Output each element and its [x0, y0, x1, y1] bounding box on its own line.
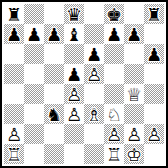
square-f8[interactable]: ♚♚ [104, 4, 124, 24]
square-c5[interactable] [44, 64, 64, 84]
square-b4[interactable] [24, 84, 44, 104]
square-h6[interactable]: ♟♟ [144, 44, 164, 64]
piece-glyph: ♙ [64, 104, 84, 124]
square-c3[interactable]: ♞♞ [44, 104, 64, 124]
piece-glyph: ♝ [64, 24, 84, 44]
square-b7[interactable]: ♟♟ [24, 24, 44, 44]
square-g8[interactable] [124, 4, 144, 24]
piece-black-bishop[interactable]: ♝♝ [64, 24, 84, 44]
piece-glyph: ♛ [64, 4, 84, 24]
piece-white-pawn[interactable]: ♟♙ [4, 124, 24, 144]
piece-glyph: ♖ [104, 144, 124, 164]
square-d1[interactable] [64, 144, 84, 164]
piece-black-pawn[interactable]: ♟♟ [84, 44, 104, 64]
piece-glyph: ♖ [4, 144, 24, 164]
square-c2[interactable] [44, 124, 64, 144]
square-a1[interactable]: ♜♖ [4, 144, 24, 164]
square-f3[interactable]: ♞♘ [104, 104, 124, 124]
piece-white-pawn[interactable]: ♟♙ [64, 84, 84, 104]
piece-glyph: ♟ [24, 24, 44, 44]
square-c1[interactable] [44, 144, 64, 164]
piece-glyph: ♔ [124, 144, 144, 164]
square-g4[interactable]: ♛♕ [124, 84, 144, 104]
square-f6[interactable] [104, 44, 124, 64]
square-e7[interactable] [84, 24, 104, 44]
square-c7[interactable]: ♟♟ [44, 24, 64, 44]
piece-white-queen[interactable]: ♛♕ [124, 84, 144, 104]
piece-glyph: ♙ [84, 64, 104, 84]
piece-black-pawn[interactable]: ♟♟ [24, 24, 44, 44]
square-f1[interactable]: ♜♖ [104, 144, 124, 164]
square-e4[interactable] [84, 84, 104, 104]
board-frame: ♜♜♛♛♚♚♜♜♟♟♟♟♟♟♝♝♟♟♟♟♟♟♟♟♟♟♟♙♟♙♛♕♞♞♟♙♝♗♞♘… [0, 0, 168, 168]
square-a7[interactable]: ♟♟ [4, 24, 24, 44]
square-c4[interactable] [44, 84, 64, 104]
piece-glyph: ♟ [144, 44, 164, 64]
square-f5[interactable] [104, 64, 124, 84]
square-d5[interactable]: ♟♟ [64, 64, 84, 84]
piece-glyph: ♟ [4, 24, 24, 44]
square-a4[interactable] [4, 84, 24, 104]
square-a6[interactable] [4, 44, 24, 64]
piece-black-rook[interactable]: ♜♜ [4, 4, 24, 24]
square-d6[interactable] [64, 44, 84, 64]
piece-black-knight[interactable]: ♞♞ [44, 104, 64, 124]
square-d2[interactable] [64, 124, 84, 144]
piece-glyph: ♟ [124, 24, 144, 44]
piece-white-rook[interactable]: ♜♖ [4, 144, 24, 164]
square-g1[interactable]: ♚♔ [124, 144, 144, 164]
square-e1[interactable] [84, 144, 104, 164]
piece-glyph: ♞ [44, 104, 64, 124]
piece-glyph: ♙ [64, 84, 84, 104]
square-b6[interactable] [24, 44, 44, 64]
square-a5[interactable] [4, 64, 24, 84]
square-c6[interactable] [44, 44, 64, 64]
piece-glyph: ♙ [104, 124, 124, 144]
square-a3[interactable] [4, 104, 24, 124]
piece-black-king[interactable]: ♚♚ [104, 4, 124, 24]
square-f2[interactable]: ♟♙ [104, 124, 124, 144]
square-h2[interactable]: ♟♙ [144, 124, 164, 144]
piece-black-pawn[interactable]: ♟♟ [4, 24, 24, 44]
piece-glyph: ♜ [4, 4, 24, 24]
piece-glyph: ♙ [144, 124, 164, 144]
piece-white-pawn[interactable]: ♟♙ [124, 124, 144, 144]
square-h1[interactable] [144, 144, 164, 164]
square-c8[interactable] [44, 4, 64, 24]
square-b1[interactable] [24, 144, 44, 164]
piece-white-bishop[interactable]: ♝♗ [84, 104, 104, 124]
piece-white-pawn[interactable]: ♟♙ [84, 64, 104, 84]
piece-black-queen[interactable]: ♛♛ [64, 4, 84, 24]
square-h3[interactable] [144, 104, 164, 124]
chess-board: ♜♜♛♛♚♚♜♜♟♟♟♟♟♟♝♝♟♟♟♟♟♟♟♟♟♟♟♙♟♙♛♕♞♞♟♙♝♗♞♘… [4, 4, 164, 164]
square-g2[interactable]: ♟♙ [124, 124, 144, 144]
square-a8[interactable]: ♜♜ [4, 4, 24, 24]
piece-glyph: ♟ [84, 44, 104, 64]
piece-white-pawn[interactable]: ♟♙ [104, 124, 124, 144]
piece-white-king[interactable]: ♚♔ [124, 144, 144, 164]
square-f7[interactable]: ♟♟ [104, 24, 124, 44]
piece-black-pawn[interactable]: ♟♟ [144, 44, 164, 64]
square-b2[interactable] [24, 124, 44, 144]
piece-glyph: ♘ [104, 104, 124, 124]
piece-glyph: ♙ [4, 124, 24, 144]
square-h4[interactable] [144, 84, 164, 104]
square-d4[interactable]: ♟♙ [64, 84, 84, 104]
square-f4[interactable] [104, 84, 124, 104]
square-g3[interactable] [124, 104, 144, 124]
square-e2[interactable] [84, 124, 104, 144]
square-b3[interactable] [24, 104, 44, 124]
piece-white-pawn[interactable]: ♟♙ [144, 124, 164, 144]
piece-glyph: ♟ [104, 24, 124, 44]
square-h7[interactable] [144, 24, 164, 44]
piece-glyph: ♕ [124, 84, 144, 104]
piece-black-rook[interactable]: ♜♜ [144, 4, 164, 24]
square-d3[interactable]: ♟♙ [64, 104, 84, 124]
square-d7[interactable]: ♝♝ [64, 24, 84, 44]
piece-glyph: ♙ [124, 124, 144, 144]
piece-glyph: ♚ [104, 4, 124, 24]
square-e8[interactable] [84, 4, 104, 24]
square-g6[interactable] [124, 44, 144, 64]
square-g5[interactable] [124, 64, 144, 84]
square-e5[interactable]: ♟♙ [84, 64, 104, 84]
square-e6[interactable]: ♟♟ [84, 44, 104, 64]
square-b8[interactable] [24, 4, 44, 24]
piece-black-pawn[interactable]: ♟♟ [44, 24, 64, 44]
piece-white-pawn[interactable]: ♟♙ [64, 104, 84, 124]
piece-black-pawn[interactable]: ♟♟ [64, 64, 84, 84]
piece-glyph: ♗ [84, 104, 104, 124]
piece-glyph: ♟ [64, 64, 84, 84]
square-a2[interactable]: ♟♙ [4, 124, 24, 144]
square-g7[interactable]: ♟♟ [124, 24, 144, 44]
chess-diagram: ♜♜♛♛♚♚♜♜♟♟♟♟♟♟♝♝♟♟♟♟♟♟♟♟♟♟♟♙♟♙♛♕♞♞♟♙♝♗♞♘… [0, 0, 168, 168]
piece-black-pawn[interactable]: ♟♟ [104, 24, 124, 44]
square-b5[interactable] [24, 64, 44, 84]
square-d8[interactable]: ♛♛ [64, 4, 84, 24]
square-e3[interactable]: ♝♗ [84, 104, 104, 124]
square-h8[interactable]: ♜♜ [144, 4, 164, 24]
square-h5[interactable] [144, 64, 164, 84]
piece-white-knight[interactable]: ♞♘ [104, 104, 124, 124]
piece-black-pawn[interactable]: ♟♟ [124, 24, 144, 44]
piece-glyph: ♟ [44, 24, 64, 44]
piece-white-rook[interactable]: ♜♖ [104, 144, 124, 164]
piece-glyph: ♜ [144, 4, 164, 24]
